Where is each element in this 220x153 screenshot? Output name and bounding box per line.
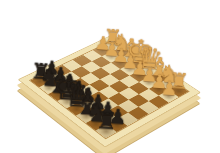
square-b4: [129, 94, 149, 107]
square-d3: [120, 75, 140, 87]
chess-set-photo: ♜♞♝♛♚♝♞♜♟♟♟♟♟♟♟♟♟♟♟♟♟♟♟♟♜♞♝♛♚♝♞♜: [0, 0, 220, 153]
chess-board: ♜♞♝♛♚♝♞♜♟♟♟♟♟♟♟♟♟♟♟♟♟♟♟♟♜♞♝♛♚♝♞♜: [18, 34, 201, 147]
piece-white-pawn: ♟: [160, 78, 178, 98]
piece-black-rook: ♜: [96, 109, 119, 134]
square-a8: ♜: [96, 124, 117, 138]
board-top-surface: ♜♞♝♛♚♝♞♜♟♟♟♟♟♟♟♟♟♟♟♟♟♟♟♟♜♞♝♛♚♝♞♜: [18, 34, 201, 147]
camera-tilt-wrapper: ♜♞♝♛♚♝♞♜♟♟♟♟♟♟♟♟♟♟♟♟♟♟♟♟♜♞♝♛♚♝♞♜: [0, 0, 220, 153]
